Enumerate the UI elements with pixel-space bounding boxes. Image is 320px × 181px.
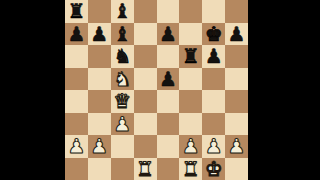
square-c2[interactable] (111, 135, 134, 158)
chess-board: ♜♝♟♟♝♟♚♟♞♜♟♞♟♛♟♟♟♟♟♟♜♜♚ (65, 0, 248, 180)
square-g3[interactable] (202, 113, 225, 136)
piece-black-pawn: ♟ (159, 68, 177, 90)
square-a5[interactable] (65, 68, 88, 91)
left-letterbox (0, 0, 65, 180)
square-e3[interactable] (157, 113, 180, 136)
right-letterbox (248, 0, 320, 180)
square-e1[interactable] (157, 158, 180, 181)
chess-screenshot: ♜♝♟♟♝♟♚♟♞♜♟♞♟♛♟♟♟♟♟♟♜♜♚ (0, 0, 320, 180)
piece-white-rook: ♜ (136, 158, 154, 180)
square-a4[interactable] (65, 90, 88, 113)
square-b3[interactable] (88, 113, 111, 136)
square-d5[interactable] (134, 68, 157, 91)
square-h5[interactable] (225, 68, 248, 91)
piece-black-pawn: ♟ (67, 23, 85, 45)
square-f6[interactable]: ♜ (179, 45, 202, 68)
square-a7[interactable]: ♟ (65, 23, 88, 46)
square-c3[interactable]: ♟ (111, 113, 134, 136)
piece-black-rook: ♜ (67, 0, 85, 22)
piece-white-pawn: ♟ (228, 135, 246, 157)
square-h8[interactable] (225, 0, 248, 23)
square-b1[interactable] (88, 158, 111, 181)
square-a1[interactable] (65, 158, 88, 181)
square-f7[interactable] (179, 23, 202, 46)
square-g2[interactable]: ♟ (202, 135, 225, 158)
piece-white-pawn: ♟ (182, 135, 200, 157)
square-h3[interactable] (225, 113, 248, 136)
square-a2[interactable]: ♟ (65, 135, 88, 158)
square-e8[interactable] (157, 0, 180, 23)
square-f1[interactable]: ♜ (179, 158, 202, 181)
piece-white-pawn: ♟ (205, 135, 223, 157)
piece-black-pawn: ♟ (228, 23, 246, 45)
square-d6[interactable] (134, 45, 157, 68)
square-b5[interactable] (88, 68, 111, 91)
square-c7[interactable]: ♝ (111, 23, 134, 46)
square-g4[interactable] (202, 90, 225, 113)
square-f5[interactable] (179, 68, 202, 91)
square-d3[interactable] (134, 113, 157, 136)
square-g1[interactable]: ♚ (202, 158, 225, 181)
square-a8[interactable]: ♜ (65, 0, 88, 23)
piece-black-rook: ♜ (182, 45, 200, 67)
square-g6[interactable]: ♟ (202, 45, 225, 68)
piece-white-king: ♚ (205, 158, 223, 180)
piece-white-rook: ♜ (182, 158, 200, 180)
square-c4[interactable]: ♛ (111, 90, 134, 113)
piece-white-knight: ♞ (113, 68, 131, 90)
square-b6[interactable] (88, 45, 111, 68)
square-c6[interactable]: ♞ (111, 45, 134, 68)
square-d2[interactable] (134, 135, 157, 158)
piece-black-king: ♚ (205, 23, 223, 45)
square-e7[interactable]: ♟ (157, 23, 180, 46)
piece-white-pawn: ♟ (113, 113, 131, 135)
square-h7[interactable]: ♟ (225, 23, 248, 46)
square-d8[interactable] (134, 0, 157, 23)
square-g8[interactable] (202, 0, 225, 23)
square-a6[interactable] (65, 45, 88, 68)
piece-black-bishop: ♝ (113, 23, 131, 45)
piece-white-queen: ♛ (113, 90, 131, 112)
piece-black-pawn: ♟ (159, 23, 177, 45)
square-b2[interactable]: ♟ (88, 135, 111, 158)
square-h2[interactable]: ♟ (225, 135, 248, 158)
square-f8[interactable] (179, 0, 202, 23)
square-a3[interactable] (65, 113, 88, 136)
piece-white-pawn: ♟ (90, 135, 108, 157)
square-d7[interactable] (134, 23, 157, 46)
square-h4[interactable] (225, 90, 248, 113)
piece-white-pawn: ♟ (67, 135, 85, 157)
square-f4[interactable] (179, 90, 202, 113)
square-c5[interactable]: ♞ (111, 68, 134, 91)
square-f2[interactable]: ♟ (179, 135, 202, 158)
piece-black-pawn: ♟ (90, 23, 108, 45)
piece-black-pawn: ♟ (205, 45, 223, 67)
square-b7[interactable]: ♟ (88, 23, 111, 46)
square-h6[interactable] (225, 45, 248, 68)
square-d4[interactable] (134, 90, 157, 113)
square-g7[interactable]: ♚ (202, 23, 225, 46)
square-b4[interactable] (88, 90, 111, 113)
square-g5[interactable] (202, 68, 225, 91)
square-e2[interactable] (157, 135, 180, 158)
square-f3[interactable] (179, 113, 202, 136)
square-c1[interactable] (111, 158, 134, 181)
piece-black-bishop: ♝ (113, 0, 131, 22)
square-e6[interactable] (157, 45, 180, 68)
square-e4[interactable] (157, 90, 180, 113)
square-c8[interactable]: ♝ (111, 0, 134, 23)
square-e5[interactable]: ♟ (157, 68, 180, 91)
square-b8[interactable] (88, 0, 111, 23)
piece-black-knight: ♞ (113, 45, 131, 67)
square-d1[interactable]: ♜ (134, 158, 157, 181)
square-h1[interactable] (225, 158, 248, 181)
